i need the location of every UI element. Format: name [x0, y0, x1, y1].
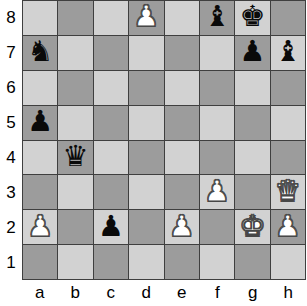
- square-b3[interactable]: [58, 175, 92, 209]
- square-b6[interactable]: [58, 71, 92, 105]
- square-c5[interactable]: [94, 106, 128, 140]
- square-e4[interactable]: [165, 141, 199, 175]
- square-h3[interactable]: ♛: [271, 175, 305, 209]
- rank-label-3: 3: [0, 175, 22, 210]
- white-queen[interactable]: ♛: [275, 177, 301, 206]
- square-c1[interactable]: [94, 245, 128, 279]
- square-b8[interactable]: [58, 1, 92, 35]
- square-f2[interactable]: [200, 210, 234, 244]
- square-a5[interactable]: ♟: [23, 106, 57, 140]
- square-e1[interactable]: [165, 245, 199, 279]
- square-c6[interactable]: [94, 71, 128, 105]
- file-label-c: c: [93, 280, 129, 306]
- square-e3[interactable]: [165, 175, 199, 209]
- black-knight[interactable]: ♞: [27, 37, 53, 66]
- square-g3[interactable]: [235, 175, 269, 209]
- square-d1[interactable]: [129, 245, 163, 279]
- square-d7[interactable]: [129, 36, 163, 70]
- square-c7[interactable]: [94, 36, 128, 70]
- file-label-d: d: [129, 280, 165, 306]
- file-label-b: b: [58, 280, 94, 306]
- square-a2[interactable]: ♟: [23, 210, 57, 244]
- square-e2[interactable]: ♟: [165, 210, 199, 244]
- rank-label-6: 6: [0, 70, 22, 105]
- white-pawn[interactable]: ♟: [204, 177, 230, 206]
- square-d5[interactable]: [129, 106, 163, 140]
- black-pawn[interactable]: ♟: [239, 37, 265, 66]
- rank-label-8: 8: [0, 0, 22, 35]
- square-f5[interactable]: [200, 106, 234, 140]
- square-e7[interactable]: [165, 36, 199, 70]
- square-h7[interactable]: ♝: [271, 36, 305, 70]
- square-a4[interactable]: [23, 141, 57, 175]
- square-a1[interactable]: [23, 245, 57, 279]
- square-g2[interactable]: ♚: [235, 210, 269, 244]
- square-d2[interactable]: [129, 210, 163, 244]
- square-f1[interactable]: [200, 245, 234, 279]
- square-b1[interactable]: [58, 245, 92, 279]
- chess-diagram: 87654321 ♟♝♚♞♟♝♟♛♟♛♟♟♟♚♟ abcdefgh: [0, 0, 306, 306]
- square-g4[interactable]: [235, 141, 269, 175]
- square-a7[interactable]: ♞: [23, 36, 57, 70]
- square-h8[interactable]: [271, 1, 305, 35]
- file-label-e: e: [164, 280, 200, 306]
- square-c2[interactable]: ♟: [94, 210, 128, 244]
- square-c8[interactable]: [94, 1, 128, 35]
- black-pawn[interactable]: ♟: [98, 212, 124, 241]
- square-f3[interactable]: ♟: [200, 175, 234, 209]
- black-king[interactable]: ♚: [239, 2, 265, 31]
- chess-board: ♟♝♚♞♟♝♟♛♟♛♟♟♟♚♟: [22, 0, 306, 280]
- rank-label-7: 7: [0, 35, 22, 70]
- file-label-f: f: [200, 280, 236, 306]
- square-d6[interactable]: [129, 71, 163, 105]
- file-labels: abcdefgh: [22, 280, 306, 306]
- square-a6[interactable]: [23, 71, 57, 105]
- square-d3[interactable]: [129, 175, 163, 209]
- file-label-a: a: [22, 280, 58, 306]
- file-label-g: g: [235, 280, 271, 306]
- square-g8[interactable]: ♚: [235, 1, 269, 35]
- rank-label-1: 1: [0, 245, 22, 280]
- white-pawn[interactable]: ♟: [275, 212, 301, 241]
- square-g6[interactable]: [235, 71, 269, 105]
- square-h1[interactable]: [271, 245, 305, 279]
- square-f4[interactable]: [200, 141, 234, 175]
- square-a8[interactable]: [23, 1, 57, 35]
- square-b7[interactable]: [58, 36, 92, 70]
- square-a3[interactable]: [23, 175, 57, 209]
- square-h5[interactable]: [271, 106, 305, 140]
- file-label-h: h: [271, 280, 307, 306]
- square-b5[interactable]: [58, 106, 92, 140]
- black-queen[interactable]: ♛: [63, 142, 89, 171]
- white-pawn[interactable]: ♟: [169, 212, 195, 241]
- rank-labels: 87654321: [0, 0, 22, 280]
- square-f8[interactable]: ♝: [200, 1, 234, 35]
- square-f7[interactable]: [200, 36, 234, 70]
- black-pawn[interactable]: ♟: [27, 107, 53, 136]
- black-bishop[interactable]: ♝: [204, 2, 230, 31]
- square-h6[interactable]: [271, 71, 305, 105]
- square-h2[interactable]: ♟: [271, 210, 305, 244]
- square-b4[interactable]: ♛: [58, 141, 92, 175]
- black-bishop[interactable]: ♝: [275, 37, 301, 66]
- white-pawn[interactable]: ♟: [133, 2, 159, 31]
- square-g1[interactable]: [235, 245, 269, 279]
- square-e5[interactable]: [165, 106, 199, 140]
- square-e8[interactable]: [165, 1, 199, 35]
- white-king[interactable]: ♚: [239, 212, 265, 241]
- square-e6[interactable]: [165, 71, 199, 105]
- square-c4[interactable]: [94, 141, 128, 175]
- square-g7[interactable]: ♟: [235, 36, 269, 70]
- square-f6[interactable]: [200, 71, 234, 105]
- rank-label-4: 4: [0, 140, 22, 175]
- square-h4[interactable]: [271, 141, 305, 175]
- white-pawn[interactable]: ♟: [27, 212, 53, 241]
- square-g5[interactable]: [235, 106, 269, 140]
- square-b2[interactable]: [58, 210, 92, 244]
- square-d8[interactable]: ♟: [129, 1, 163, 35]
- rank-label-5: 5: [0, 105, 22, 140]
- square-c3[interactable]: [94, 175, 128, 209]
- square-d4[interactable]: [129, 141, 163, 175]
- rank-label-2: 2: [0, 210, 22, 245]
